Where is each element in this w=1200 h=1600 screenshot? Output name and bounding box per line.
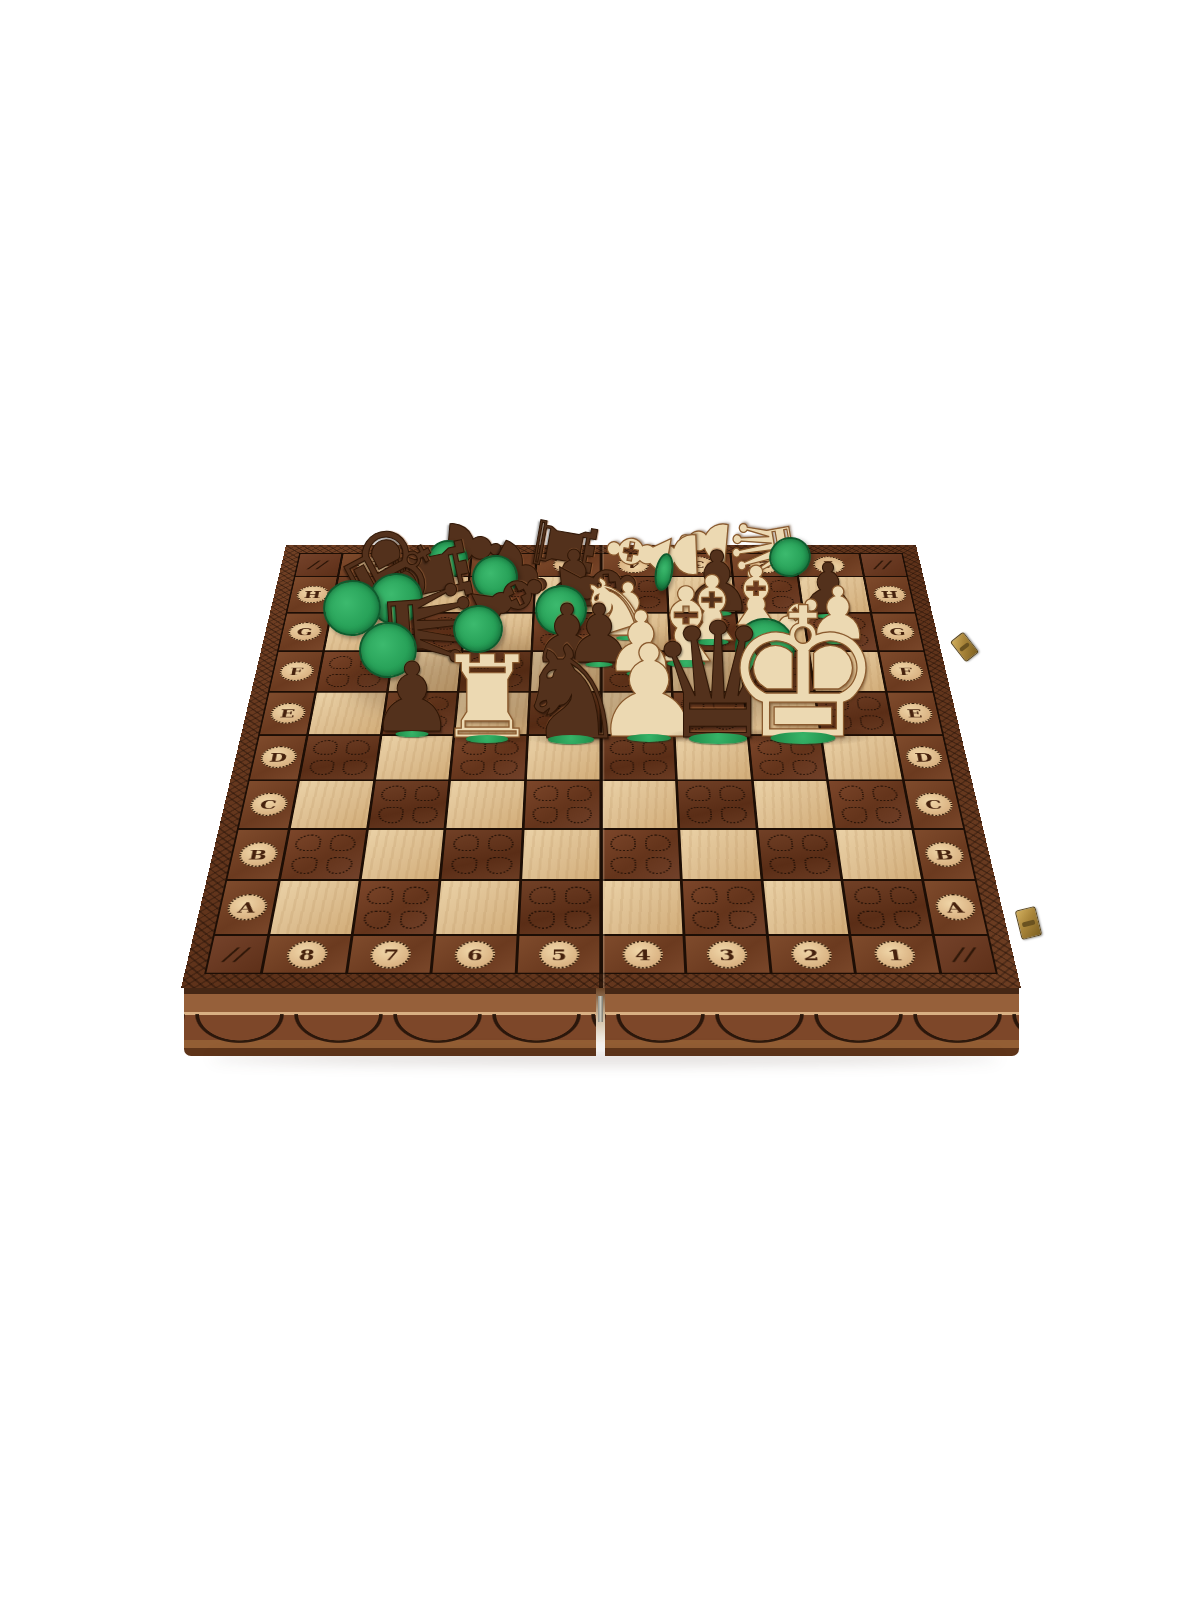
quatrefoil-petal xyxy=(610,857,636,874)
quatrefoil-petal xyxy=(312,740,339,755)
square-A3[interactable] xyxy=(683,881,766,934)
coord-disc: D xyxy=(258,746,298,768)
piece-dark-knight-standing[interactable]: ♞ xyxy=(526,646,616,741)
left-letter-F: F xyxy=(270,652,323,691)
right-letter-E: E xyxy=(888,693,942,734)
hinge-pin xyxy=(598,996,603,1022)
square-C3[interactable] xyxy=(678,781,755,828)
left-letter-E: E xyxy=(260,693,314,734)
quatrefoil-petal xyxy=(721,807,748,823)
square-C8[interactable] xyxy=(291,781,373,828)
quatrefoil-petal xyxy=(727,886,755,904)
quatrefoil-petal xyxy=(769,857,797,874)
coord-disc: G xyxy=(879,623,916,641)
quatrefoil-petal xyxy=(342,760,369,775)
coord-disc: B xyxy=(923,842,966,867)
square-A7[interactable] xyxy=(353,881,438,934)
brass-clasp-2 xyxy=(1014,906,1042,940)
quatrefoil-petal xyxy=(687,807,713,823)
right-letter-B: B xyxy=(914,830,974,880)
corner-cell: // xyxy=(206,936,267,973)
square-B5[interactable] xyxy=(522,830,600,880)
square-C1[interactable] xyxy=(829,781,911,828)
quatrefoil-petal xyxy=(729,910,758,928)
quatrefoil-petal xyxy=(856,910,886,928)
near-number-3: 3 xyxy=(686,936,770,973)
square-C7[interactable] xyxy=(369,781,449,828)
quatrefoil-petal xyxy=(450,857,478,874)
coord-disc: 7 xyxy=(369,940,413,968)
quatrefoil-petal xyxy=(564,910,591,928)
quatrefoil-petal xyxy=(685,786,711,802)
square-C5[interactable] xyxy=(524,781,599,828)
square-B2[interactable] xyxy=(758,830,840,880)
coord-disc: E xyxy=(895,703,934,724)
near-number-8: 8 xyxy=(263,936,350,973)
square-A2[interactable] xyxy=(763,881,848,934)
square-B7[interactable] xyxy=(361,830,443,880)
box-shadow xyxy=(210,1052,1000,1064)
quatrefoil-petal xyxy=(402,886,431,904)
coord-disc: G xyxy=(286,623,323,641)
coord-disc: A xyxy=(933,894,978,920)
quatrefoil-petal xyxy=(399,910,428,928)
quatrefoil-petal xyxy=(565,886,592,904)
quatrefoil-petal xyxy=(875,807,903,823)
near-number-1: 1 xyxy=(852,936,939,973)
quatrefoil-petal xyxy=(645,834,671,851)
near-number-5: 5 xyxy=(518,936,600,973)
right-letter-A: A xyxy=(924,881,987,934)
quatrefoil-petal xyxy=(528,910,556,928)
square-B6[interactable] xyxy=(442,830,522,880)
coord-disc: 4 xyxy=(623,940,664,968)
near-number-6: 6 xyxy=(433,936,517,973)
box-front-edge-left xyxy=(184,988,596,1056)
quatrefoil-petal xyxy=(532,807,558,823)
square-C6[interactable] xyxy=(447,781,524,828)
quatrefoil-petal xyxy=(380,786,407,802)
quatrefoil-petal xyxy=(804,857,832,874)
quatrefoil-petal xyxy=(692,910,720,928)
quatrefoil-petal xyxy=(567,807,593,823)
square-A8[interactable] xyxy=(270,881,358,934)
square-A5[interactable] xyxy=(519,881,599,934)
quatrefoil-petal xyxy=(840,807,868,823)
quatrefoil-petal xyxy=(325,674,351,687)
left-letter-D: D xyxy=(250,736,306,780)
square-C2[interactable] xyxy=(754,781,834,828)
quatrefoil-petal xyxy=(533,786,559,802)
quatrefoil-petal xyxy=(377,807,404,823)
corner-slashes: // xyxy=(219,944,255,964)
quatrefoil-petal xyxy=(852,886,881,904)
quatrefoil-petal xyxy=(325,857,354,874)
coord-disc: B xyxy=(236,842,279,867)
coord-disc: 5 xyxy=(538,940,579,968)
square-B8[interactable] xyxy=(281,830,366,880)
quatrefoil-petal xyxy=(691,886,719,904)
square-C4[interactable] xyxy=(602,781,677,828)
square-D8[interactable] xyxy=(300,736,379,780)
quatrefoil-petal xyxy=(452,834,479,851)
quatrefoil-petal xyxy=(837,786,864,802)
quatrefoil-petal xyxy=(362,910,391,928)
quatrefoil-petal xyxy=(888,886,918,904)
left-letter-B: B xyxy=(227,830,287,880)
quatrefoil-petal xyxy=(529,886,556,904)
near-number-2: 2 xyxy=(769,936,854,973)
quatrefoil-petal xyxy=(719,786,745,802)
corner-cell: // xyxy=(935,936,996,973)
light-king-glyph: ♚ xyxy=(722,584,883,764)
quatrefoil-petal xyxy=(766,834,794,851)
box-front-edge-right xyxy=(605,988,1019,1056)
quatrefoil-petal xyxy=(610,834,636,851)
quatrefoil-petal xyxy=(892,910,922,928)
square-B1[interactable] xyxy=(836,830,921,880)
left-letter-C: C xyxy=(239,781,297,828)
square-A4[interactable] xyxy=(602,881,682,934)
coord-disc: D xyxy=(904,746,944,768)
quatrefoil-petal xyxy=(801,834,829,851)
coord-disc: C xyxy=(248,793,290,816)
quatrefoil-petal xyxy=(308,760,335,775)
left-letter-G: G xyxy=(279,613,330,650)
quatrefoil-petal xyxy=(485,857,512,874)
coord-disc: E xyxy=(268,703,307,724)
quatrefoil-petal xyxy=(411,807,438,823)
quatrefoil-petal xyxy=(487,834,514,851)
right-letter-F: F xyxy=(880,652,933,691)
piece-light-king-standing[interactable]: ♚ xyxy=(741,609,866,741)
near-number-7: 7 xyxy=(348,936,433,973)
quatrefoil-petal xyxy=(290,857,319,874)
piece-dark-pawn-standing[interactable]: ♟ xyxy=(381,668,444,734)
coord-disc: F xyxy=(887,662,925,681)
near-number-4: 4 xyxy=(602,936,684,973)
quatrefoil-petal xyxy=(366,886,395,904)
coord-disc: 8 xyxy=(284,940,329,968)
coord-disc: 1 xyxy=(873,940,918,968)
square-B3[interactable] xyxy=(680,830,760,880)
dark-knight-glyph: ♞ xyxy=(513,629,629,758)
quatrefoil-petal xyxy=(294,834,323,851)
quatrefoil-petal xyxy=(645,857,672,874)
left-letter-A: A xyxy=(215,881,278,934)
quatrefoil-petal xyxy=(567,786,592,802)
right-letter-D: D xyxy=(896,736,952,780)
quatrefoil-petal xyxy=(871,786,899,802)
coord-disc: 3 xyxy=(706,940,748,968)
quatrefoil-petal xyxy=(329,834,357,851)
coord-disc: F xyxy=(277,662,315,681)
coord-disc: 2 xyxy=(789,940,833,968)
square-B4[interactable] xyxy=(602,830,680,880)
right-letter-C: C xyxy=(905,781,963,828)
product-photo-canvas: { "game": "chess", "scene_description": … xyxy=(0,0,1200,1600)
square-A1[interactable] xyxy=(844,881,932,934)
quatrefoil-petal xyxy=(328,656,353,669)
corner-slashes: // xyxy=(951,944,979,964)
brass-clasp-1 xyxy=(949,632,978,663)
coord-disc: A xyxy=(224,894,269,920)
coord-disc: C xyxy=(913,793,955,816)
square-A6[interactable] xyxy=(436,881,519,934)
quatrefoil-petal xyxy=(345,740,372,755)
quatrefoil-petal xyxy=(414,786,441,802)
coord-disc: 6 xyxy=(454,940,496,968)
